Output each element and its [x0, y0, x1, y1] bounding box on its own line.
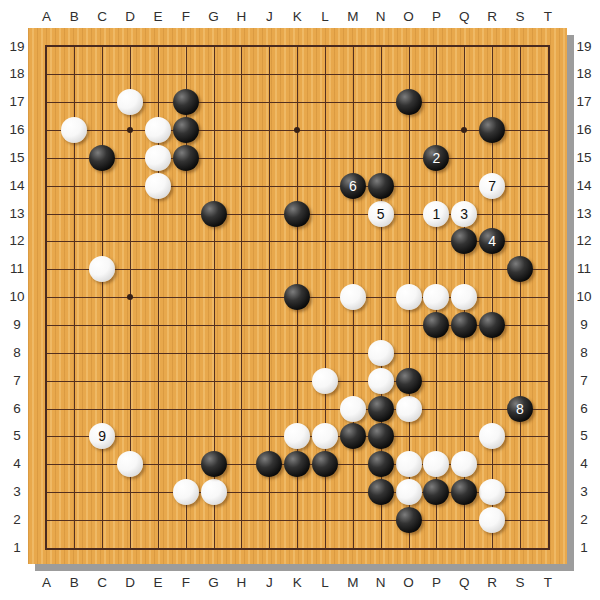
row-label-right-17: 17	[576, 95, 591, 109]
stone-white-Q13: 3	[451, 201, 477, 227]
move-number-3: 3	[460, 206, 468, 222]
row-label-left-5: 5	[13, 430, 21, 444]
stone-black-F17	[173, 89, 199, 115]
column-label-top-M: M	[347, 10, 358, 24]
stone-black-N6	[368, 396, 394, 422]
column-label-top-N: N	[376, 10, 386, 24]
stone-white-G3	[201, 479, 227, 505]
stone-white-P13: 1	[423, 201, 449, 227]
row-label-right-14: 14	[576, 179, 591, 193]
row-label-right-7: 7	[580, 374, 588, 388]
stone-black-R9	[479, 312, 505, 338]
column-label-bottom-J: J	[266, 576, 273, 590]
row-label-left-16: 16	[9, 123, 24, 137]
column-label-bottom-O: O	[403, 576, 414, 590]
column-label-bottom-K: K	[293, 576, 302, 590]
stone-black-G4	[201, 451, 227, 477]
stone-black-O2	[396, 507, 422, 533]
row-label-right-15: 15	[576, 151, 591, 165]
stone-black-F15	[173, 145, 199, 171]
column-label-top-B: B	[70, 10, 79, 24]
column-label-bottom-H: H	[237, 576, 247, 590]
stone-white-M10	[340, 284, 366, 310]
move-number-1: 1	[432, 206, 440, 222]
column-label-bottom-F: F	[182, 576, 190, 590]
row-label-left-3: 3	[13, 485, 21, 499]
stone-white-E16	[145, 117, 171, 143]
stone-white-N13: 5	[368, 201, 394, 227]
row-label-right-18: 18	[576, 68, 591, 82]
row-label-left-13: 13	[9, 207, 24, 221]
stone-black-G13	[201, 201, 227, 227]
row-label-right-13: 13	[576, 207, 591, 221]
go-board: 513792648	[28, 28, 567, 564]
column-label-top-J: J	[266, 10, 273, 24]
row-label-right-4: 4	[580, 458, 588, 472]
stone-black-F16	[173, 117, 199, 143]
row-label-left-8: 8	[13, 346, 21, 360]
row-label-left-7: 7	[13, 374, 21, 388]
stone-white-F3	[173, 479, 199, 505]
row-label-left-4: 4	[13, 458, 21, 472]
column-label-bottom-E: E	[153, 576, 162, 590]
stone-white-N8	[368, 340, 394, 366]
column-label-bottom-G: G	[208, 576, 219, 590]
row-label-left-17: 17	[9, 95, 24, 109]
stone-white-E14	[145, 173, 171, 199]
column-label-top-D: D	[125, 10, 135, 24]
column-label-bottom-P: P	[432, 576, 441, 590]
column-label-top-H: H	[237, 10, 247, 24]
row-label-left-11: 11	[10, 263, 24, 277]
stone-white-R14: 7	[479, 173, 505, 199]
column-label-top-T: T	[544, 10, 552, 24]
column-label-bottom-M: M	[347, 576, 358, 590]
column-label-bottom-L: L	[321, 576, 329, 590]
stone-black-N5	[368, 423, 394, 449]
column-label-bottom-R: R	[487, 576, 497, 590]
column-label-top-P: P	[432, 10, 441, 24]
column-label-top-F: F	[182, 10, 190, 24]
row-label-right-1: 1	[580, 541, 588, 555]
column-label-bottom-C: C	[97, 576, 107, 590]
grid-line-vertical-S	[520, 47, 521, 548]
row-label-left-6: 6	[13, 402, 21, 416]
column-label-bottom-S: S	[515, 576, 524, 590]
row-label-left-18: 18	[9, 68, 24, 82]
row-label-left-14: 14	[9, 179, 24, 193]
row-label-left-10: 10	[9, 290, 24, 304]
row-label-right-3: 3	[580, 485, 588, 499]
column-label-bottom-B: B	[70, 576, 79, 590]
row-label-right-12: 12	[576, 235, 591, 249]
column-label-bottom-D: D	[125, 576, 135, 590]
row-label-left-9: 9	[13, 318, 21, 332]
row-label-right-19: 19	[576, 40, 591, 54]
grid-line-horizontal-6	[47, 409, 548, 410]
go-diagram: ABCDEFGHJKLMNOPQRST ABCDEFGHJKLMNOPQRST …	[0, 0, 600, 600]
row-label-right-6: 6	[580, 402, 588, 416]
row-label-left-19: 19	[9, 40, 24, 54]
stone-white-N7	[368, 368, 394, 394]
column-label-bottom-Q: Q	[459, 576, 470, 590]
row-label-right-10: 10	[576, 290, 591, 304]
move-number-7: 7	[488, 178, 496, 194]
row-label-right-9: 9	[580, 318, 588, 332]
column-label-top-G: G	[208, 10, 219, 24]
stone-white-R2	[479, 507, 505, 533]
row-label-right-11: 11	[577, 263, 591, 277]
stone-black-S6: 8	[507, 396, 533, 422]
column-label-top-C: C	[97, 10, 107, 24]
column-label-top-K: K	[293, 10, 302, 24]
stone-black-O7	[396, 368, 422, 394]
stone-white-E15	[145, 145, 171, 171]
grid-line-horizontal-2	[47, 520, 548, 521]
row-label-right-5: 5	[580, 430, 588, 444]
column-label-bottom-N: N	[376, 576, 386, 590]
stone-black-O17	[396, 89, 422, 115]
stone-black-K13	[284, 201, 310, 227]
stone-white-R3	[479, 479, 505, 505]
stone-white-L7	[312, 368, 338, 394]
column-label-top-L: L	[321, 10, 329, 24]
row-label-right-16: 16	[576, 123, 591, 137]
stone-black-R16	[479, 117, 505, 143]
stone-white-O10	[396, 284, 422, 310]
column-label-top-E: E	[153, 10, 162, 24]
stone-white-O3	[396, 479, 422, 505]
move-number-6: 6	[349, 178, 357, 194]
row-label-right-2: 2	[580, 513, 588, 527]
column-label-top-Q: Q	[459, 10, 470, 24]
stone-white-M6	[340, 396, 366, 422]
column-label-top-O: O	[403, 10, 414, 24]
row-label-right-8: 8	[580, 346, 588, 360]
move-number-2: 2	[432, 150, 440, 166]
grid-line-horizontal-7	[47, 381, 548, 382]
row-label-left-12: 12	[9, 235, 24, 249]
stone-white-O6	[396, 396, 422, 422]
column-label-top-R: R	[487, 10, 497, 24]
column-label-top-A: A	[42, 10, 51, 24]
stone-black-N3	[368, 479, 394, 505]
row-label-left-1: 1	[13, 541, 21, 555]
stone-black-M14: 6	[340, 173, 366, 199]
stone-white-O4	[396, 451, 422, 477]
stone-black-N14	[368, 173, 394, 199]
move-number-5: 5	[377, 206, 385, 222]
move-number-4: 4	[488, 233, 496, 249]
grid-line-horizontal-8	[47, 353, 548, 354]
column-label-bottom-A: A	[42, 576, 51, 590]
column-label-bottom-T: T	[544, 576, 552, 590]
move-number-9: 9	[98, 428, 106, 444]
column-label-top-S: S	[515, 10, 524, 24]
row-label-left-15: 15	[9, 151, 24, 165]
stone-black-N4	[368, 451, 394, 477]
row-label-left-2: 2	[13, 513, 21, 527]
stone-black-C15	[89, 145, 115, 171]
move-number-8: 8	[516, 401, 524, 417]
